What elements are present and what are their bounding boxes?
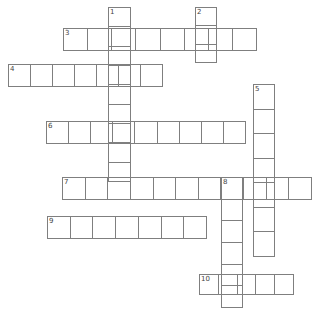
cell-3-7[interactable] xyxy=(209,28,233,51)
cell-4-7[interactable] xyxy=(141,64,163,87)
clue-number-8: 8 xyxy=(223,178,227,186)
cell-10-2[interactable] xyxy=(219,274,238,295)
cell-5-1[interactable]: 5 xyxy=(253,84,275,110)
cell-1-1[interactable]: 1 xyxy=(108,7,131,27)
cell-5-6[interactable] xyxy=(253,208,275,233)
cell-3-8[interactable] xyxy=(233,28,257,51)
crossword-board: 12345678910 xyxy=(0,0,324,324)
cell-3-3[interactable] xyxy=(112,28,136,51)
clue-number-9: 9 xyxy=(49,217,53,225)
cell-3-2[interactable] xyxy=(88,28,112,51)
clue-number-10: 10 xyxy=(201,275,210,283)
clue-number-1: 1 xyxy=(110,8,114,16)
cell-8-1[interactable]: 8 xyxy=(221,177,243,200)
cell-9-1[interactable]: 9 xyxy=(47,216,71,239)
cell-9-5[interactable] xyxy=(139,216,162,239)
clue-number-2: 2 xyxy=(197,8,201,16)
cell-6-9[interactable] xyxy=(224,121,246,144)
cell-4-5[interactable] xyxy=(97,64,119,87)
cell-7-11[interactable] xyxy=(289,177,312,200)
word-5-down: 5 xyxy=(253,84,275,257)
cell-4-3[interactable] xyxy=(53,64,75,87)
cell-6-7[interactable] xyxy=(180,121,202,144)
clue-number-4: 4 xyxy=(10,65,14,73)
cell-10-4[interactable] xyxy=(256,274,275,295)
cell-9-3[interactable] xyxy=(93,216,116,239)
cell-3-6[interactable] xyxy=(185,28,209,51)
cell-4-2[interactable] xyxy=(31,64,53,87)
cell-3-1[interactable]: 3 xyxy=(63,28,88,51)
cell-6-1[interactable]: 6 xyxy=(46,121,69,144)
cell-4-6[interactable] xyxy=(119,64,141,87)
cell-7-6[interactable] xyxy=(176,177,199,200)
cell-5-7[interactable] xyxy=(253,232,275,257)
cell-5-3[interactable] xyxy=(253,134,275,159)
cell-6-8[interactable] xyxy=(202,121,224,144)
cell-1-8[interactable] xyxy=(108,143,131,162)
cell-6-2[interactable] xyxy=(69,121,91,144)
cell-9-7[interactable] xyxy=(184,216,207,239)
cell-7-3[interactable] xyxy=(108,177,131,200)
cell-9-2[interactable] xyxy=(71,216,94,239)
cell-7-5[interactable] xyxy=(154,177,177,200)
word-4-across: 4 xyxy=(8,64,163,87)
cell-10-5[interactable] xyxy=(275,274,294,295)
cell-7-4[interactable] xyxy=(131,177,154,200)
word-3-across: 3 xyxy=(63,28,257,51)
cell-9-4[interactable] xyxy=(116,216,139,239)
cell-7-10[interactable] xyxy=(267,177,290,200)
cell-9-6[interactable] xyxy=(162,216,185,239)
word-7-across: 7 xyxy=(62,177,312,200)
cell-6-3[interactable] xyxy=(91,121,113,144)
cell-3-5[interactable] xyxy=(161,28,185,51)
clue-number-3: 3 xyxy=(65,29,69,37)
clue-number-5: 5 xyxy=(255,85,259,93)
cell-1-5[interactable] xyxy=(108,85,131,104)
cell-3-4[interactable] xyxy=(136,28,160,51)
cell-2-1[interactable]: 2 xyxy=(195,7,217,26)
cell-7-2[interactable] xyxy=(86,177,109,200)
cell-10-3[interactable] xyxy=(238,274,257,295)
cell-4-1[interactable]: 4 xyxy=(8,64,31,87)
word-9-across: 9 xyxy=(47,216,207,239)
cell-8-2[interactable] xyxy=(221,200,243,222)
word-6-across: 6 xyxy=(46,121,246,144)
cell-8-3[interactable] xyxy=(221,221,243,243)
cell-8-4[interactable] xyxy=(221,243,243,265)
cell-6-4[interactable] xyxy=(113,121,135,144)
cell-7-7[interactable] xyxy=(199,177,222,200)
clue-number-7: 7 xyxy=(64,178,68,186)
word-10-across: 10 xyxy=(199,274,294,295)
cell-4-4[interactable] xyxy=(75,64,97,87)
cell-6-6[interactable] xyxy=(158,121,180,144)
cell-5-2[interactable] xyxy=(253,110,275,135)
cell-10-1[interactable]: 10 xyxy=(199,274,219,295)
clue-number-6: 6 xyxy=(48,122,52,130)
cell-7-1[interactable]: 7 xyxy=(62,177,86,200)
cell-6-5[interactable] xyxy=(135,121,157,144)
cell-7-9[interactable] xyxy=(244,177,267,200)
